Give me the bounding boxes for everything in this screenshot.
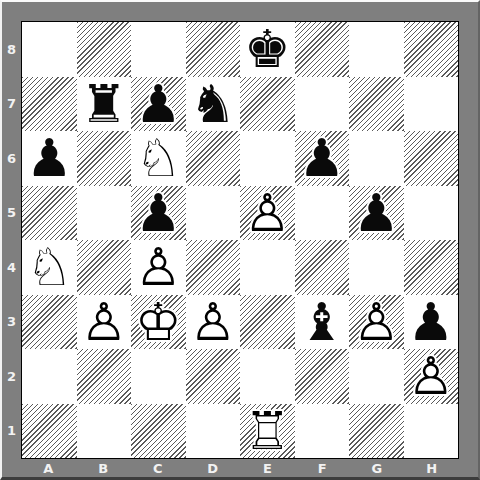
black-pawn: ♟ (295, 131, 350, 186)
rank-label-3: 3 (2, 295, 21, 350)
square-h3[interactable]: ♟ (404, 295, 459, 350)
square-d1[interactable] (186, 404, 241, 459)
file-label-f: F (295, 459, 350, 477)
square-g7[interactable] (349, 77, 404, 132)
rank-label-5: 5 (2, 186, 21, 241)
square-g1[interactable] (349, 404, 404, 459)
square-d5[interactable] (186, 186, 241, 241)
rank-label-1: 1 (2, 404, 21, 459)
rank-labels: 8 7 6 5 4 3 2 1 (2, 22, 21, 458)
square-e7[interactable] (240, 77, 295, 132)
file-label-e: E (240, 459, 295, 477)
black-pawn: ♟ (22, 131, 77, 186)
square-g4[interactable] (349, 240, 404, 295)
white-rook: ♜♖ (240, 404, 295, 459)
black-pawn: ♟ (404, 295, 459, 350)
rank-label-4: 4 (2, 240, 21, 295)
square-h8[interactable] (404, 22, 459, 77)
square-e6[interactable] (240, 131, 295, 186)
black-knight: ♞ (186, 77, 241, 132)
rank-label-7: 7 (2, 77, 21, 132)
square-c7[interactable]: ♟ (131, 77, 186, 132)
square-b6[interactable] (77, 131, 132, 186)
square-h6[interactable] (404, 131, 459, 186)
black-pawn: ♟ (349, 186, 404, 241)
white-pawn: ♟♙ (186, 295, 241, 350)
square-h7[interactable] (404, 77, 459, 132)
board-frame: ♚♜♟♞♟♞♘♟♟♟♙♟♞♘♟♙♟♙♚♔♟♙♝♟♙♟♟♙♜♖ 8 7 6 5 4… (0, 0, 480, 480)
square-d4[interactable] (186, 240, 241, 295)
square-b4[interactable] (77, 240, 132, 295)
square-b3[interactable]: ♟♙ (77, 295, 132, 350)
square-c4[interactable]: ♟♙ (131, 240, 186, 295)
square-e5[interactable]: ♟♙ (240, 186, 295, 241)
square-e2[interactable] (240, 349, 295, 404)
square-b8[interactable] (77, 22, 132, 77)
square-f8[interactable] (295, 22, 350, 77)
square-d8[interactable] (186, 22, 241, 77)
square-d3[interactable]: ♟♙ (186, 295, 241, 350)
square-f2[interactable] (295, 349, 350, 404)
square-c5[interactable]: ♟ (131, 186, 186, 241)
white-pawn: ♟♙ (131, 240, 186, 295)
square-e8[interactable]: ♚ (240, 22, 295, 77)
square-a2[interactable] (22, 349, 77, 404)
square-h4[interactable] (404, 240, 459, 295)
white-pawn: ♟♙ (404, 349, 459, 404)
square-b2[interactable] (77, 349, 132, 404)
file-labels: A B C D E F G H (21, 459, 459, 477)
rank-label-6: 6 (2, 131, 21, 186)
file-label-d: D (185, 459, 240, 477)
white-pawn: ♟♙ (240, 186, 295, 241)
square-c3[interactable]: ♚♔ (131, 295, 186, 350)
square-f3[interactable]: ♝ (295, 295, 350, 350)
file-label-a: A (21, 459, 76, 477)
square-a5[interactable] (22, 186, 77, 241)
square-c8[interactable] (131, 22, 186, 77)
square-d2[interactable] (186, 349, 241, 404)
square-b5[interactable] (77, 186, 132, 241)
square-f6[interactable]: ♟ (295, 131, 350, 186)
square-e3[interactable] (240, 295, 295, 350)
square-h2[interactable]: ♟♙ (404, 349, 459, 404)
square-a7[interactable] (22, 77, 77, 132)
black-pawn: ♟ (131, 77, 186, 132)
square-g5[interactable]: ♟ (349, 186, 404, 241)
white-pawn: ♟♙ (349, 295, 404, 350)
file-label-b: B (76, 459, 131, 477)
square-f5[interactable] (295, 186, 350, 241)
black-king: ♚ (240, 22, 295, 77)
square-d7[interactable]: ♞ (186, 77, 241, 132)
square-e4[interactable] (240, 240, 295, 295)
file-label-h: H (404, 459, 459, 477)
square-f7[interactable] (295, 77, 350, 132)
square-c6[interactable]: ♞♘ (131, 131, 186, 186)
rank-label-2: 2 (2, 349, 21, 404)
square-a6[interactable]: ♟ (22, 131, 77, 186)
square-c2[interactable] (131, 349, 186, 404)
square-g6[interactable] (349, 131, 404, 186)
file-label-c: C (131, 459, 186, 477)
square-g3[interactable]: ♟♙ (349, 295, 404, 350)
square-b1[interactable] (77, 404, 132, 459)
rank-label-8: 8 (2, 22, 21, 77)
square-e1[interactable]: ♜♖ (240, 404, 295, 459)
square-a4[interactable]: ♞♘ (22, 240, 77, 295)
file-label-g: G (350, 459, 405, 477)
square-a1[interactable] (22, 404, 77, 459)
square-b7[interactable]: ♜ (77, 77, 132, 132)
square-a8[interactable] (22, 22, 77, 77)
square-a3[interactable] (22, 295, 77, 350)
square-g2[interactable] (349, 349, 404, 404)
black-rook: ♜ (77, 77, 132, 132)
chess-board: ♚♜♟♞♟♞♘♟♟♟♙♟♞♘♟♙♟♙♚♔♟♙♝♟♙♟♟♙♜♖ (21, 21, 459, 459)
square-d6[interactable] (186, 131, 241, 186)
white-pawn: ♟♙ (77, 295, 132, 350)
black-pawn: ♟ (131, 186, 186, 241)
square-g8[interactable] (349, 22, 404, 77)
white-king: ♚♔ (131, 295, 186, 350)
square-c1[interactable] (131, 404, 186, 459)
white-knight: ♞♘ (131, 131, 186, 186)
square-f1[interactable] (295, 404, 350, 459)
white-knight: ♞♘ (22, 240, 77, 295)
square-h1[interactable] (404, 404, 459, 459)
square-f4[interactable] (295, 240, 350, 295)
black-bishop: ♝ (295, 295, 350, 350)
square-h5[interactable] (404, 186, 459, 241)
